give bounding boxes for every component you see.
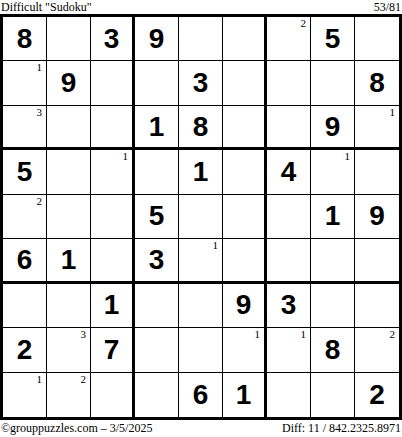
cell-r6c8[interactable] — [311, 239, 355, 283]
cell-r3c4[interactable]: 1 — [135, 106, 179, 150]
difficulty-rating: Diff: 11 / 842.2325.8971 — [282, 421, 401, 436]
given-digit: 5 — [325, 25, 341, 53]
cell-r4c7[interactable]: 4 — [267, 150, 311, 194]
footer: ©grouppuzzles.com – 3/5/2025 Diff: 11 / … — [0, 420, 402, 437]
cell-r8c5[interactable] — [179, 328, 223, 372]
cell-r1c3[interactable]: 3 — [91, 17, 135, 61]
given-digit: 1 — [61, 246, 77, 274]
given-digit: 7 — [104, 336, 120, 364]
cell-r2c8[interactable] — [311, 61, 355, 105]
cell-r5c1[interactable]: 2 — [3, 195, 47, 239]
pencil-mark: 2 — [81, 374, 87, 385]
given-digit: 3 — [193, 69, 209, 97]
cell-r3c8[interactable]: 9 — [311, 106, 355, 150]
cell-r8c4[interactable] — [135, 328, 179, 372]
given-digit: 1 — [149, 113, 165, 141]
cell-r2c2[interactable]: 9 — [47, 61, 91, 105]
cell-r8c7[interactable]: 1 — [267, 328, 311, 372]
given-digit: 8 — [193, 113, 209, 141]
cell-r6c6[interactable] — [223, 239, 267, 283]
cell-r4c6[interactable] — [223, 150, 267, 194]
given-digit: 3 — [104, 25, 120, 53]
cell-r4c9[interactable] — [355, 150, 399, 194]
cell-r3c7[interactable] — [267, 106, 311, 150]
cell-r8c9[interactable]: 2 — [355, 328, 399, 372]
given-digit: 1 — [325, 202, 341, 230]
cell-r8c6[interactable]: 1 — [223, 328, 267, 372]
cell-r9c6[interactable]: 1 — [223, 373, 267, 417]
remaining-counter: 53/81 — [374, 1, 401, 14]
given-digit: 8 — [369, 69, 385, 97]
cell-r5c4[interactable]: 5 — [135, 195, 179, 239]
sudoku-board: 8392519383189151141251961311932371182126… — [0, 14, 402, 420]
given-digit: 3 — [149, 246, 165, 274]
cell-r2c1[interactable]: 1 — [3, 61, 47, 105]
cell-r9c7[interactable] — [267, 373, 311, 417]
cell-r6c7[interactable] — [267, 239, 311, 283]
pencil-mark: 1 — [255, 329, 261, 340]
cell-r4c8[interactable]: 1 — [311, 150, 355, 194]
copyright-date: ©grouppuzzles.com – 3/5/2025 — [1, 421, 152, 436]
cell-r2c6[interactable] — [223, 61, 267, 105]
cell-r7c6[interactable]: 9 — [223, 284, 267, 328]
pencil-mark: 1 — [37, 62, 43, 73]
cell-r5c7[interactable] — [267, 195, 311, 239]
cell-r2c7[interactable] — [267, 61, 311, 105]
cell-r3c1[interactable]: 3 — [3, 106, 47, 150]
cell-r5c2[interactable] — [47, 195, 91, 239]
cell-r4c5[interactable]: 1 — [179, 150, 223, 194]
cell-r8c1[interactable]: 2 — [3, 328, 47, 372]
cell-r9c3[interactable] — [91, 373, 135, 417]
pencil-mark: 1 — [390, 107, 396, 118]
pencil-mark: 1 — [213, 240, 219, 251]
cell-r2c3[interactable] — [91, 61, 135, 105]
given-digit: 8 — [17, 25, 33, 53]
puzzle-title: Difficult "Sudoku" — [1, 1, 92, 14]
given-digit: 4 — [281, 158, 297, 186]
cell-r9c9[interactable]: 2 — [355, 373, 399, 417]
cell-r9c1[interactable]: 1 — [3, 373, 47, 417]
given-digit: 9 — [325, 113, 341, 141]
cell-r7c4[interactable] — [135, 284, 179, 328]
header: Difficult "Sudoku" 53/81 — [0, 0, 402, 14]
given-digit: 2 — [17, 336, 33, 364]
pencil-mark: 2 — [37, 196, 43, 207]
cell-r1c4[interactable]: 9 — [135, 17, 179, 61]
given-digit: 1 — [193, 158, 209, 186]
given-digit: 5 — [149, 202, 165, 230]
cell-r5c3[interactable] — [91, 195, 135, 239]
cell-r2c9[interactable]: 8 — [355, 61, 399, 105]
cell-r4c1[interactable]: 5 — [3, 150, 47, 194]
cell-r8c8[interactable]: 8 — [311, 328, 355, 372]
cell-r6c9[interactable] — [355, 239, 399, 283]
pencil-mark: 3 — [37, 107, 43, 118]
pencil-mark: 1 — [301, 329, 307, 340]
cell-r3c6[interactable] — [223, 106, 267, 150]
given-digit: 6 — [193, 381, 209, 409]
cell-r9c8[interactable] — [311, 373, 355, 417]
pencil-mark: 1 — [123, 151, 129, 162]
pencil-mark: 2 — [301, 18, 307, 29]
given-digit: 1 — [104, 291, 120, 319]
given-digit: 9 — [149, 25, 165, 53]
cell-r1c6[interactable] — [223, 17, 267, 61]
cell-r7c7[interactable]: 3 — [267, 284, 311, 328]
cell-r1c1[interactable]: 8 — [3, 17, 47, 61]
pencil-mark: 1 — [37, 374, 43, 385]
cell-r2c4[interactable] — [135, 61, 179, 105]
cell-r9c4[interactable] — [135, 373, 179, 417]
cell-r5c9[interactable]: 9 — [355, 195, 399, 239]
cell-r9c5[interactable]: 6 — [179, 373, 223, 417]
cell-r1c8[interactable]: 5 — [311, 17, 355, 61]
cell-r1c2[interactable] — [47, 17, 91, 61]
given-digit: 9 — [369, 202, 385, 230]
cell-r7c3[interactable]: 1 — [91, 284, 135, 328]
cell-r5c6[interactable] — [223, 195, 267, 239]
cell-r6c4[interactable]: 3 — [135, 239, 179, 283]
cell-r2c5[interactable]: 3 — [179, 61, 223, 105]
pencil-mark: 1 — [345, 151, 351, 162]
cell-r9c2[interactable]: 2 — [47, 373, 91, 417]
cell-r5c8[interactable]: 1 — [311, 195, 355, 239]
cell-r4c4[interactable] — [135, 150, 179, 194]
cell-r7c9[interactable] — [355, 284, 399, 328]
given-digit: 8 — [325, 336, 341, 364]
given-digit: 5 — [17, 158, 33, 186]
given-digit: 2 — [369, 381, 385, 409]
cell-r1c7[interactable]: 2 — [267, 17, 311, 61]
cell-r3c9[interactable]: 1 — [355, 106, 399, 150]
cell-r1c5[interactable] — [179, 17, 223, 61]
cell-r7c2[interactable] — [47, 284, 91, 328]
cell-r4c3[interactable]: 1 — [91, 150, 135, 194]
given-digit: 6 — [17, 246, 33, 274]
given-digit: 3 — [281, 291, 297, 319]
cell-r7c1[interactable] — [3, 284, 47, 328]
cell-r5c5[interactable] — [179, 195, 223, 239]
cell-r6c1[interactable]: 6 — [3, 239, 47, 283]
puzzle-page: Difficult "Sudoku" 53/81 839251938318915… — [0, 0, 402, 437]
cell-r6c3[interactable] — [91, 239, 135, 283]
given-digit: 9 — [236, 291, 252, 319]
cell-r8c3[interactable]: 7 — [91, 328, 135, 372]
cell-r3c5[interactable]: 8 — [179, 106, 223, 150]
pencil-mark: 2 — [390, 329, 396, 340]
cell-r3c2[interactable] — [47, 106, 91, 150]
cell-r3c3[interactable] — [91, 106, 135, 150]
cell-r4c2[interactable] — [47, 150, 91, 194]
pencil-mark: 3 — [81, 329, 87, 340]
cell-r6c5[interactable]: 1 — [179, 239, 223, 283]
cell-r6c2[interactable]: 1 — [47, 239, 91, 283]
given-digit: 9 — [61, 69, 77, 97]
cell-r7c8[interactable] — [311, 284, 355, 328]
cell-r1c9[interactable] — [355, 17, 399, 61]
given-digit: 1 — [236, 381, 252, 409]
cell-r8c2[interactable]: 3 — [47, 328, 91, 372]
cell-r7c5[interactable] — [179, 284, 223, 328]
